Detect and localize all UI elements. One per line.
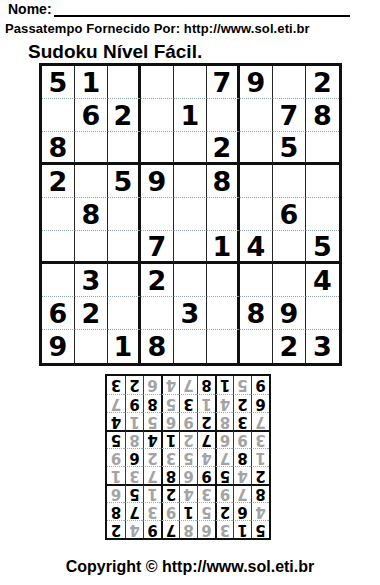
puzzle-cell-r7c9[interactable]: 4 — [306, 264, 339, 297]
solution-cell-r4c1: 2 — [251, 466, 269, 484]
solution-cell-r7c2: 3 — [233, 412, 251, 430]
copyright-text: Copyright © http://www.sol.eti.br — [0, 558, 380, 576]
solution-cell-r9c5: 7 — [179, 376, 197, 394]
solution-cell-r7c3: 8 — [215, 412, 233, 430]
solution-cell-r6c2: 9 — [233, 430, 251, 448]
puzzle-cell-r1c5[interactable] — [174, 66, 207, 99]
solution-cell-r6c8: 8 — [125, 430, 143, 448]
puzzle-cell-r5c1[interactable] — [42, 198, 75, 231]
solution-cell-r8c7: 8 — [143, 394, 161, 412]
puzzle-cell-r5c6[interactable] — [207, 198, 240, 231]
solution-cell-r2c8: 7 — [125, 502, 143, 520]
solution-cell-r4c8: 3 — [125, 466, 143, 484]
solution-cell-r9c9: 3 — [107, 376, 125, 394]
solution-cell-r7c9: 4 — [107, 412, 125, 430]
puzzle-cell-r3c7[interactable] — [240, 132, 273, 165]
solution-cell-r8c2: 2 — [233, 394, 251, 412]
puzzle-cell-r8c6[interactable] — [207, 297, 240, 330]
solution-cell-r9c6: 4 — [161, 376, 179, 394]
solution-cell-r3c6: 2 — [161, 484, 179, 502]
puzzle-cell-r6c4[interactable]: 7 — [141, 231, 174, 264]
solution-cell-r8c4: 1 — [197, 394, 215, 412]
puzzle-cell-r5c3[interactable] — [108, 198, 141, 231]
puzzle-cell-r3c1[interactable]: 8 — [42, 132, 75, 165]
solution-cell-r5c5: 5 — [179, 448, 197, 466]
puzzle-cell-r2c1[interactable] — [42, 99, 75, 132]
solution-cell-r1c7: 9 — [143, 520, 161, 538]
solution-cell-r2c9: 8 — [107, 502, 125, 520]
puzzle-cell-r8c8[interactable]: 9 — [273, 297, 306, 330]
solution-cell-r9c1: 9 — [251, 376, 269, 394]
puzzle-cell-r4c7[interactable] — [240, 165, 273, 198]
solution-cell-r9c2: 5 — [233, 376, 251, 394]
puzzle-cell-r5c2[interactable]: 8 — [75, 198, 108, 231]
solution-cell-r5c2: 8 — [233, 448, 251, 466]
solution-grid-rotated-180: 5136879424625193788793421562459687311874… — [105, 374, 271, 540]
solution-cell-r3c4: 3 — [197, 484, 215, 502]
solution-cell-r2c7: 3 — [143, 502, 161, 520]
name-label: Nome: — [8, 2, 52, 17]
solution-cell-r7c7: 5 — [143, 412, 161, 430]
puzzle-cell-r4c3[interactable]: 5 — [108, 165, 141, 198]
solution-cell-r2c3: 2 — [215, 502, 233, 520]
puzzle-cell-r4c5[interactable] — [174, 165, 207, 198]
solution-cell-r4c6: 8 — [161, 466, 179, 484]
puzzle-cell-r7c3[interactable] — [108, 264, 141, 297]
page-header: Nome: Passatempo Fornecido Por: http://w… — [0, 0, 380, 63]
solution-cell-r3c3: 9 — [215, 484, 233, 502]
puzzle-cell-r6c6[interactable]: 1 — [207, 231, 240, 264]
puzzle-cell-r7c7[interactable] — [240, 264, 273, 297]
solution-cell-r7c1: 7 — [251, 412, 269, 430]
puzzle-cell-r5c4[interactable] — [141, 198, 174, 231]
puzzle-cell-r8c7[interactable]: 8 — [240, 297, 273, 330]
solution-cell-r4c5: 6 — [179, 466, 197, 484]
puzzle-cell-r2c9[interactable]: 8 — [306, 99, 339, 132]
puzzle-cell-r4c8[interactable] — [273, 165, 306, 198]
puzzle-cell-r9c5[interactable] — [174, 330, 207, 363]
solution-cell-r8c8: 9 — [125, 394, 143, 412]
puzzle-cell-r8c9[interactable] — [306, 297, 339, 330]
puzzle-cell-r5c7[interactable] — [240, 198, 273, 231]
solution-cell-r9c3: 1 — [215, 376, 233, 394]
solution-cell-r6c4: 7 — [197, 430, 215, 448]
puzzle-cell-r9c4[interactable]: 8 — [141, 330, 174, 363]
puzzle-cell-r4c1[interactable]: 2 — [42, 165, 75, 198]
puzzle-cell-r3c2[interactable] — [75, 132, 108, 165]
solution-cell-r5c4: 4 — [197, 448, 215, 466]
puzzle-cell-r6c3[interactable] — [108, 231, 141, 264]
solution-cell-r4c3: 5 — [215, 466, 233, 484]
puzzle-cell-r9c6[interactable] — [207, 330, 240, 363]
puzzle-cell-r1c9[interactable]: 2 — [306, 66, 339, 99]
puzzle-cell-r8c5[interactable]: 3 — [174, 297, 207, 330]
puzzle-cell-r3c4[interactable] — [141, 132, 174, 165]
puzzle-cell-r7c2[interactable]: 3 — [75, 264, 108, 297]
puzzle-cell-r8c4[interactable] — [141, 297, 174, 330]
solution-cell-r3c1: 8 — [251, 484, 269, 502]
solution-cell-r3c2: 7 — [233, 484, 251, 502]
puzzle-cell-r3c3[interactable] — [108, 132, 141, 165]
solution-cell-r8c6: 5 — [161, 394, 179, 412]
solution-cell-r3c9: 6 — [107, 484, 125, 502]
solution-cell-r6c6: 1 — [161, 430, 179, 448]
solution-cell-r7c6: 6 — [161, 412, 179, 430]
solution-cell-r2c6: 9 — [161, 502, 179, 520]
solution-cell-r3c8: 5 — [125, 484, 143, 502]
solution-cell-r2c1: 4 — [251, 502, 269, 520]
puzzle-cell-r7c6[interactable] — [207, 264, 240, 297]
puzzle-cell-r5c9[interactable] — [306, 198, 339, 231]
puzzle-cell-r2c5[interactable]: 1 — [174, 99, 207, 132]
solution-cell-r1c6: 7 — [161, 520, 179, 538]
solution-cell-r8c1: 6 — [251, 394, 269, 412]
name-row: Nome: — [8, 2, 350, 17]
solution-cell-r4c9: 1 — [107, 466, 125, 484]
puzzle-cell-r7c4[interactable]: 2 — [141, 264, 174, 297]
puzzle-cell-r5c8[interactable]: 6 — [273, 198, 306, 231]
provided-by-text: Passatempo Fornecido Por: http://www.sol… — [5, 21, 380, 36]
puzzle-cell-r6c5[interactable] — [174, 231, 207, 264]
puzzle-cell-r1c3[interactable] — [108, 66, 141, 99]
solution-cell-r7c4: 2 — [197, 412, 215, 430]
solution-cell-r1c9: 2 — [107, 520, 125, 538]
puzzle-cell-r5c5[interactable] — [174, 198, 207, 231]
solution-cell-r7c5: 9 — [179, 412, 197, 430]
solution-cell-r3c7: 1 — [143, 484, 161, 502]
puzzle-cell-r2c6[interactable] — [207, 99, 240, 132]
puzzle-cell-r1c2[interactable]: 1 — [75, 66, 108, 99]
puzzle-cell-r9c3[interactable]: 1 — [108, 330, 141, 363]
puzzle-cell-r9c2[interactable] — [75, 330, 108, 363]
puzzle-cell-r3c5[interactable] — [174, 132, 207, 165]
name-fill-in-line — [54, 2, 350, 17]
puzzle-cell-r2c2[interactable]: 6 — [75, 99, 108, 132]
solution-cell-r6c1: 3 — [251, 430, 269, 448]
puzzle-cell-r3c9[interactable] — [306, 132, 339, 165]
solution-cell-r5c6: 3 — [161, 448, 179, 466]
solution-cell-r4c4: 9 — [197, 466, 215, 484]
solution-cell-r3c5: 4 — [179, 484, 197, 502]
puzzle-cell-r8c3[interactable] — [108, 297, 141, 330]
puzzle-cell-r8c2[interactable]: 2 — [75, 297, 108, 330]
solution-cell-r6c7: 4 — [143, 430, 161, 448]
solution-cell-r8c9: 7 — [107, 394, 125, 412]
solution-cell-r1c2: 1 — [233, 520, 251, 538]
solution-cell-r7c8: 1 — [125, 412, 143, 430]
solution-cell-r1c5: 8 — [179, 520, 197, 538]
solution-cell-r9c7: 6 — [143, 376, 161, 394]
puzzle-cell-r4c2[interactable] — [75, 165, 108, 198]
puzzle-cell-r2c8[interactable]: 7 — [273, 99, 306, 132]
solution-cell-r9c8: 2 — [125, 376, 143, 394]
solution-cell-r2c5: 1 — [179, 502, 197, 520]
puzzle-cell-r9c7[interactable] — [240, 330, 273, 363]
puzzle-cell-r1c1[interactable]: 5 — [42, 66, 75, 99]
puzzle-cell-r6c7[interactable]: 4 — [240, 231, 273, 264]
solution-cell-r1c1: 5 — [251, 520, 269, 538]
solution-cell-r2c4: 5 — [197, 502, 215, 520]
puzzle-cell-r4c6[interactable]: 8 — [207, 165, 240, 198]
puzzle-cell-r6c8[interactable] — [273, 231, 306, 264]
solution-cell-r1c8: 4 — [125, 520, 143, 538]
puzzle-cell-r9c1[interactable]: 9 — [42, 330, 75, 363]
puzzle-cell-r2c7[interactable] — [240, 99, 273, 132]
solution-cell-r1c3: 3 — [215, 520, 233, 538]
puzzle-cell-r3c6[interactable]: 2 — [207, 132, 240, 165]
puzzle-cell-r7c5[interactable] — [174, 264, 207, 297]
solution-cell-r1c4: 6 — [197, 520, 215, 538]
puzzle-cell-r3c8[interactable]: 5 — [273, 132, 306, 165]
puzzle-cell-r9c9[interactable]: 3 — [306, 330, 339, 363]
solution-cell-r5c9: 9 — [107, 448, 125, 466]
puzzle-grid: 517926217882525988671453246238991823 — [39, 63, 342, 366]
puzzle-cell-r4c9[interactable] — [306, 165, 339, 198]
solution-cell-r5c7: 2 — [143, 448, 161, 466]
solution-cell-r8c5: 3 — [179, 394, 197, 412]
puzzle-cell-r9c8[interactable]: 2 — [273, 330, 306, 363]
puzzle-cell-r2c3[interactable]: 2 — [108, 99, 141, 132]
solution-cell-r2c2: 6 — [233, 502, 251, 520]
puzzle-cell-r7c1[interactable] — [42, 264, 75, 297]
page-title: Sudoku Nível Fácil. — [28, 41, 380, 63]
puzzle-cell-r1c6[interactable]: 7 — [207, 66, 240, 99]
solution-cell-r6c5: 2 — [179, 430, 197, 448]
puzzle-cell-r8c1[interactable]: 6 — [42, 297, 75, 330]
puzzle-cell-r2c4[interactable] — [141, 99, 174, 132]
puzzle-cell-r1c4[interactable] — [141, 66, 174, 99]
puzzle-cell-r1c7[interactable]: 9 — [240, 66, 273, 99]
puzzle-cell-r1c8[interactable] — [273, 66, 306, 99]
solution-cell-r4c2: 4 — [233, 466, 251, 484]
solution-cell-r8c3: 4 — [215, 394, 233, 412]
puzzle-cell-r4c4[interactable]: 9 — [141, 165, 174, 198]
puzzle-cell-r6c9[interactable]: 5 — [306, 231, 339, 264]
puzzle-cell-r6c2[interactable] — [75, 231, 108, 264]
solution-cell-r5c3: 7 — [215, 448, 233, 466]
solution-cell-r9c4: 8 — [197, 376, 215, 394]
puzzle-cell-r6c1[interactable] — [42, 231, 75, 264]
solution-cell-r5c8: 6 — [125, 448, 143, 466]
puzzle-cell-r7c8[interactable] — [273, 264, 306, 297]
solution-cell-r5c1: 1 — [251, 448, 269, 466]
solution-cell-r4c7: 7 — [143, 466, 161, 484]
solution-cell-r6c3: 6 — [215, 430, 233, 448]
solution-cell-r6c9: 5 — [107, 430, 125, 448]
